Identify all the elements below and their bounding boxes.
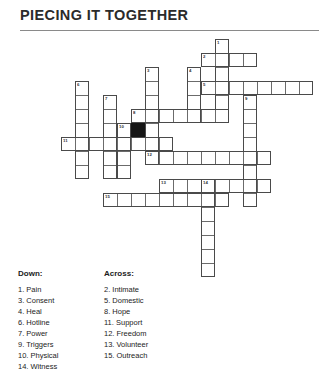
title-divider (20, 30, 319, 31)
cell-separator (118, 165, 130, 166)
cell-separator (244, 137, 256, 138)
word-box-13-across: 13 (159, 179, 271, 193)
down-clues-list: 1. Pain3. Consent4. Heal6. Hotline7. Pow… (18, 284, 58, 372)
word-box-2-across: 2 (201, 53, 257, 67)
cell-separator (188, 95, 200, 96)
down-clue-0: 1. Pain (18, 284, 58, 295)
down-clues-header: Down: (18, 269, 58, 278)
cell-separator (201, 194, 202, 206)
cell-separator (131, 194, 132, 206)
cell-separator (104, 123, 116, 124)
cell-separator (76, 95, 88, 96)
clue-number-9: 9 (245, 96, 247, 100)
cell-separator (201, 152, 202, 164)
cell-separator (187, 194, 188, 206)
cell-separator (215, 152, 216, 164)
clue-number-1: 1 (217, 40, 219, 44)
down-clue-4: 7. Power (18, 328, 58, 339)
across-clues-header: Across: (104, 269, 148, 278)
cell-separator (89, 138, 90, 150)
cell-separator (202, 249, 214, 250)
across-clue-4: 12. Freedom (104, 328, 148, 339)
cell-separator (202, 235, 214, 236)
cell-separator (229, 152, 230, 164)
black-cell (131, 123, 145, 137)
clue-number-2: 2 (203, 54, 205, 58)
cell-separator (146, 95, 158, 96)
clue-number-11: 11 (63, 138, 68, 142)
cell-separator (187, 152, 188, 164)
cell-separator (117, 194, 118, 206)
word-box-10-down: 10 (117, 123, 131, 179)
down-clue-5: 9. Triggers (18, 339, 58, 350)
cell-separator (244, 123, 256, 124)
across-clues-column: Across: 2. Intimate5. Domestic8. Hope11.… (104, 269, 148, 361)
cell-separator (75, 138, 76, 150)
cell-separator (188, 81, 200, 82)
clue-number-5: 5 (203, 82, 205, 86)
cell-separator (202, 221, 214, 222)
cell-separator (229, 82, 230, 94)
word-box-15-across: 15 (103, 193, 229, 207)
cell-separator (201, 110, 202, 122)
cell-separator (243, 54, 244, 66)
cell-separator (271, 82, 272, 94)
word-box-8-across: 8 (131, 109, 229, 123)
page-title: PIECING IT TOGETHER (20, 7, 188, 23)
cell-separator (257, 180, 258, 192)
cell-separator (285, 82, 286, 94)
cell-separator (215, 110, 216, 122)
across-clue-6: 15. Outreach (104, 350, 148, 361)
word-box-11-across: 11 (61, 137, 173, 151)
cell-separator (117, 138, 118, 150)
clue-number-14: 14 (203, 180, 208, 184)
across-clues-list: 2. Intimate5. Domestic8. Hope11. Support… (104, 284, 148, 361)
cell-separator (299, 82, 300, 94)
clue-number-15: 15 (105, 194, 110, 198)
across-clue-3: 11. Support (104, 317, 148, 328)
cell-separator (159, 194, 160, 206)
down-clues-column: Down: 1. Pain3. Consent4. Heal6. Hotline… (18, 269, 58, 372)
cell-separator (145, 138, 146, 150)
cell-separator (257, 152, 258, 164)
cell-separator (202, 263, 214, 264)
clue-number-13: 13 (161, 180, 166, 184)
cell-separator (159, 110, 160, 122)
word-box-5-across: 5 (201, 81, 313, 95)
cell-separator (131, 138, 132, 150)
cell-separator (243, 152, 244, 164)
cell-separator (146, 81, 158, 82)
cell-separator (173, 194, 174, 206)
cell-separator (104, 165, 116, 166)
down-clue-1: 3. Consent (18, 295, 58, 306)
across-clue-1: 5. Domestic (104, 295, 148, 306)
clue-number-7: 7 (105, 96, 107, 100)
cell-separator (104, 109, 116, 110)
across-clue-5: 13. Volunteer (104, 339, 148, 350)
down-clue-2: 4. Heal (18, 306, 58, 317)
across-clue-2: 8. Hope (104, 306, 148, 317)
cell-separator (145, 194, 146, 206)
cell-separator (229, 180, 230, 192)
cell-separator (76, 109, 88, 110)
cell-separator (215, 194, 216, 206)
cell-separator (215, 54, 216, 66)
clue-number-12: 12 (147, 152, 152, 156)
down-clue-3: 6. Hotline (18, 317, 58, 328)
cell-separator (173, 110, 174, 122)
cell-separator (173, 180, 174, 192)
cell-separator (229, 54, 230, 66)
cell-separator (243, 180, 244, 192)
cell-separator (243, 82, 244, 94)
clue-number-8: 8 (133, 110, 135, 114)
clue-number-10: 10 (119, 124, 124, 128)
cell-separator (103, 138, 104, 150)
clue-number-3: 3 (147, 68, 149, 72)
across-clue-0: 2. Intimate (104, 284, 148, 295)
crossword-flyer: PIECING IT TOGETHER 12345678910111213141… (0, 0, 330, 374)
crossword-grid: 123456789101112131415 (61, 39, 327, 277)
down-clue-7: 14. Witness (18, 361, 58, 372)
cell-separator (173, 152, 174, 164)
down-clue-6: 10. Physical (18, 350, 58, 361)
cell-separator (187, 110, 188, 122)
clue-number-6: 6 (77, 82, 79, 86)
cell-separator (159, 152, 160, 164)
clue-number-4: 4 (189, 68, 191, 72)
word-box-6-down: 6 (75, 81, 89, 179)
cell-separator (76, 123, 88, 124)
cell-separator (145, 110, 146, 122)
cell-separator (159, 138, 160, 150)
cell-separator (215, 82, 216, 94)
cell-separator (257, 82, 258, 94)
cell-separator (187, 180, 188, 192)
cell-separator (244, 109, 256, 110)
cell-separator (76, 165, 88, 166)
word-box-12-across: 12 (145, 151, 271, 165)
